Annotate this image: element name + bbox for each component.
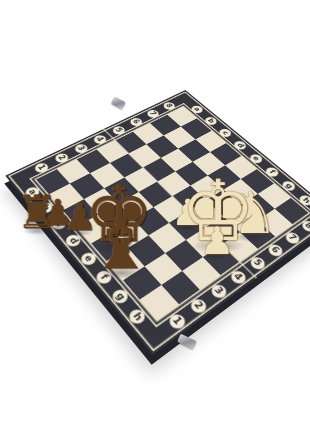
coord-label-g: g xyxy=(110,287,131,306)
coord-label-b: b xyxy=(203,115,219,126)
coord-label-8: 8 xyxy=(299,218,310,233)
coord-label-5: 5 xyxy=(247,255,267,272)
coord-label-f: f xyxy=(94,268,115,286)
coord-label-7: 7 xyxy=(283,230,302,245)
coord-label-2: 2 xyxy=(53,152,71,165)
board-grid xyxy=(36,107,308,320)
chess-board: aabbccddeeffgghh1122334455667788 xyxy=(5,90,310,355)
coord-label-4: 4 xyxy=(228,268,248,285)
coord-label-6: 6 xyxy=(265,242,284,258)
coord-label-h: h xyxy=(127,307,149,327)
coord-label-4: 4 xyxy=(92,133,109,145)
coord-label-d: d xyxy=(232,140,249,152)
coord-label-3: 3 xyxy=(73,142,90,154)
coord-label-1: 1 xyxy=(166,312,188,332)
coord-label-a: a xyxy=(189,104,205,114)
coord-label-3: 3 xyxy=(208,282,229,300)
coord-label-b: b xyxy=(36,200,55,215)
coord-label-e: e xyxy=(248,152,265,164)
coord-label-2: 2 xyxy=(188,296,209,315)
product-photo: aabbccddeeffgghh1122334455667788 ♜♟♟♚♝♟♚… xyxy=(0,0,310,430)
coord-label-6: 6 xyxy=(128,116,144,127)
coord-label-8: 8 xyxy=(161,101,177,111)
board-scene: aabbccddeeffgghh1122334455667788 xyxy=(0,0,310,430)
coord-label-7: 7 xyxy=(145,108,161,119)
coord-label-d: d xyxy=(64,233,84,249)
coord-label-5: 5 xyxy=(110,125,127,136)
coord-label-a: a xyxy=(23,185,42,199)
coord-label-1: 1 xyxy=(32,161,50,174)
coord-label-c: c xyxy=(217,127,233,138)
coord-label-c: c xyxy=(50,216,69,231)
coord-label-e: e xyxy=(79,250,99,267)
